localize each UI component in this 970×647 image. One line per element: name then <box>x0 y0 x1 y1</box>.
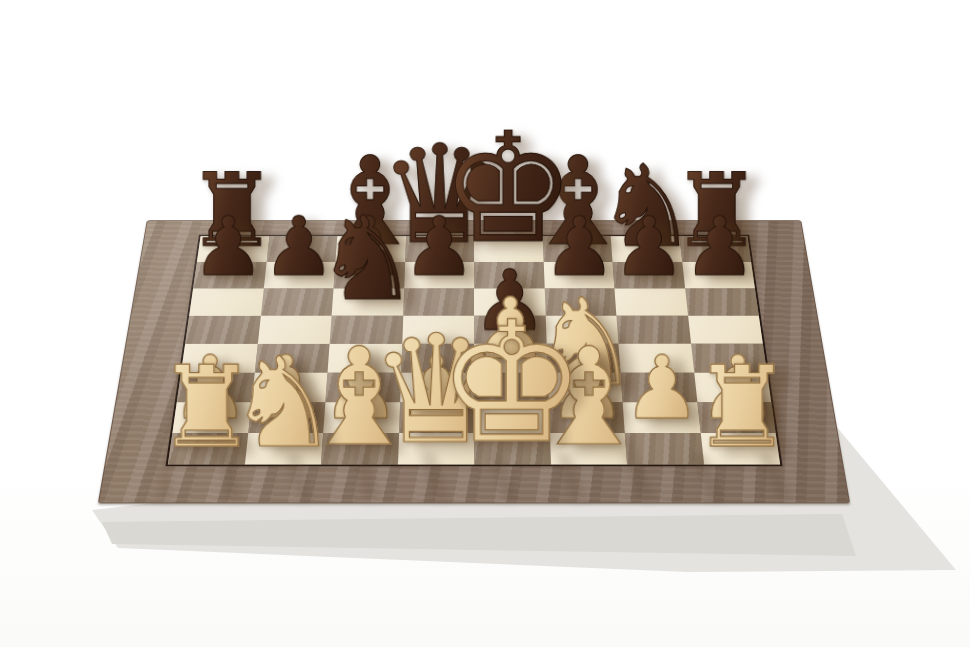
square-h7[interactable]: ♟ <box>682 262 755 289</box>
black-knight-c6[interactable]: ♞ <box>315 203 419 313</box>
square-b1[interactable]: ♞ <box>244 433 323 464</box>
white-king-e1[interactable]: ♚ <box>438 303 587 461</box>
square-a7[interactable]: ♟ <box>193 262 266 289</box>
square-a6[interactable] <box>189 289 263 316</box>
chessboard: ♜♝♛♚♝♞♜♟♟♟♟♟♟♟♞♟♟♞♟♟♟♟♟♟♟♜♞♝♛♚♝♜ <box>98 220 850 503</box>
black-pawn-a7[interactable]: ♟ <box>192 209 265 286</box>
white-knight-b1[interactable]: ♞ <box>227 344 339 462</box>
square-h1[interactable]: ♜ <box>700 433 780 464</box>
playing-area: ♜♝♛♚♝♞♜♟♟♟♟♟♟♟♞♟♟♞♟♟♟♟♟♟♟♜♞♝♛♚♝♜ <box>165 235 782 467</box>
product-photo: ♜♝♛♚♝♞♜♟♟♟♟♟♟♟♞♟♟♞♟♟♟♟♟♟♟♜♞♝♛♚♝♜ <box>0 0 970 647</box>
square-h6[interactable] <box>685 289 759 316</box>
black-pawn-h7[interactable]: ♟ <box>683 209 756 286</box>
white-rook-h1[interactable]: ♜ <box>691 356 791 462</box>
square-e1[interactable]: ♚ <box>474 433 551 464</box>
